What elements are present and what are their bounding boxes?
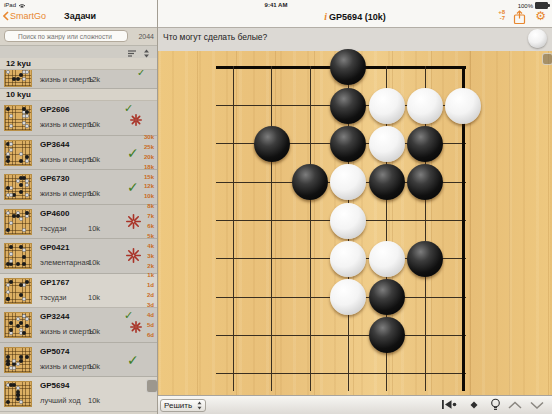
index-2k[interactable]: 2k (144, 262, 156, 272)
index-30k[interactable]: 30k (144, 133, 156, 143)
status-battery: 100% (518, 2, 548, 9)
problem-thumbnail (4, 312, 32, 338)
problem-thumbnail (4, 209, 32, 235)
board-vline (271, 66, 272, 391)
problem-id: GP1767 (40, 278, 69, 287)
white-stone (330, 279, 366, 315)
problem-row-GP0421[interactable]: GP0421элементарная10k (0, 239, 157, 274)
index-6k[interactable]: 6k (144, 222, 156, 232)
problem-id: GP5694 (40, 381, 69, 390)
go-board[interactable] (158, 51, 552, 395)
board-scroll-indicator[interactable] (542, 53, 552, 65)
bottom-toolbar: Решить (158, 395, 552, 414)
index-3d[interactable]: 3d (144, 301, 156, 311)
black-stone (330, 49, 366, 85)
section-header: 10 kyu (0, 89, 157, 101)
problem-genre: жизнь и смерть (40, 189, 93, 198)
problem-thumbnail (4, 243, 32, 269)
black-stone (330, 126, 366, 162)
problem-thumbnail (4, 278, 32, 304)
problem-difficulty: 10k (88, 155, 100, 164)
index-15k[interactable]: 15k (144, 173, 156, 183)
problem-difficulty: 10k (88, 396, 100, 405)
difficulty-index-bar[interactable]: 30k25k20k18k15k12k10k8k7k6k5k4k3k2k1k1d2… (144, 133, 156, 341)
stepper-icon (197, 401, 202, 410)
problem-row-GP5074[interactable]: GP5074жизнь и смерть10k✓ (0, 343, 157, 378)
black-stone (292, 164, 328, 200)
index-5d[interactable]: 5d (144, 321, 156, 331)
share-button[interactable] (513, 10, 526, 25)
index-10k[interactable]: 10k (144, 192, 156, 202)
problem-difficulty: 10k (88, 327, 100, 336)
problem-id: GP5074 (40, 347, 69, 356)
problem-genre: элементарная (40, 258, 90, 267)
index-6d[interactable]: 6d (144, 331, 156, 341)
index-3k[interactable]: 3k (144, 252, 156, 262)
white-stone (330, 203, 366, 239)
problem-id: GP0421 (40, 243, 69, 252)
white-stone (445, 88, 481, 124)
black-stone (254, 126, 290, 162)
problem-title[interactable]: iGP5694 (10k) (280, 11, 430, 22)
problem-difficulty: 10k (88, 258, 100, 267)
problem-thumbnail (4, 105, 32, 131)
status-solved-icon: ✓ (137, 70, 145, 78)
white-stone (369, 88, 405, 124)
board-vline (233, 66, 234, 391)
index-25k[interactable]: 25k (144, 143, 156, 153)
previous-chevron-button[interactable] (508, 401, 522, 409)
problem-row-GP1767[interactable]: GP1767тэсудзи10k (0, 274, 157, 309)
search-result-count: 2044 (138, 33, 154, 40)
problem-genre: жизнь и смерть (40, 75, 93, 84)
white-to-move-stone-icon (528, 29, 547, 48)
index-4d[interactable]: 4d (144, 311, 156, 321)
battery-icon (535, 2, 548, 9)
black-stone (369, 279, 405, 315)
back-chevron-icon (3, 11, 9, 21)
index-2d[interactable]: 2d (144, 291, 156, 301)
status-failed-icon (126, 214, 141, 229)
problem-genre: жизнь и смерть (40, 362, 93, 371)
share-icon (513, 10, 526, 25)
problem-thumbnail (4, 70, 32, 87)
info-icon[interactable]: i (324, 11, 327, 22)
problem-thumbnail (4, 347, 32, 373)
current-move-button[interactable] (470, 401, 478, 409)
index-12k[interactable]: 12k (144, 182, 156, 192)
sidebar-scroll-indicator[interactable] (146, 379, 157, 393)
board-hline (216, 373, 466, 374)
problem-id: GP2606 (40, 105, 69, 114)
problem-genre: лучший ход (40, 396, 81, 405)
index-7k[interactable]: 7k (144, 212, 156, 222)
solve-button[interactable]: Решить (160, 399, 206, 412)
status-clock: 9:41 AM (0, 2, 552, 8)
problem-thumbnail (4, 140, 32, 166)
status-failed-icon (130, 114, 142, 126)
status-solved-icon: ✓ (127, 145, 139, 161)
status-solved-icon: ✓ (127, 179, 139, 195)
status-solved-icon: ✓ (127, 352, 139, 368)
score-minus: -7 (498, 15, 505, 21)
battery-percent: 100% (518, 3, 533, 9)
problem-thumbnail (4, 174, 32, 200)
hint-lightbulb-button[interactable] (490, 398, 501, 412)
score-badge: +8 -7 (498, 9, 505, 21)
problem-difficulty: 10k (88, 224, 100, 233)
index-5k[interactable]: 5k (144, 232, 156, 242)
black-stone (369, 317, 405, 353)
problem-row-GP3244[interactable]: GP3244жизнь и смерть10k✓ (0, 308, 157, 343)
white-stone (407, 88, 443, 124)
problem-genre: жизнь и смерть (40, 120, 93, 129)
problem-row-GP2606[interactable]: GP2606жизнь и смерть10k✓ (0, 101, 157, 136)
first-move-button[interactable] (441, 399, 457, 410)
question-text: Что могут сделать белые? (163, 32, 267, 42)
problem-difficulty: 10k (88, 362, 100, 371)
black-stone (330, 88, 366, 124)
white-stone (330, 164, 366, 200)
settings-gear-icon[interactable]: ⚙ (535, 9, 546, 23)
problem-genre: тэсудзи (40, 224, 67, 233)
index-4k[interactable]: 4k (144, 242, 156, 252)
problem-genre: жизнь и смерть (40, 155, 93, 164)
problem-row-partial[interactable]: жизнь и смерть12k✓ (0, 70, 157, 89)
section-header: 12 kyu (0, 58, 157, 70)
search-input[interactable] (4, 30, 128, 42)
index-18k[interactable]: 18k (144, 163, 156, 173)
sort-lines-icon[interactable] (127, 50, 137, 57)
pane-divider (157, 0, 158, 414)
sort-updown-icon[interactable] (143, 49, 150, 58)
sidebar-title: Задачи (40, 11, 120, 21)
problem-row-GP4600[interactable]: GP4600тэсудзи10k (0, 205, 157, 240)
problem-id: GP3244 (40, 312, 69, 321)
white-stone (330, 241, 366, 277)
problem-difficulty: 10k (88, 293, 100, 302)
black-stone (407, 241, 443, 277)
solve-label: Решить (164, 401, 192, 410)
problem-list: 12 kyuжизнь и смерть12k✓10 kyuGP2606жизн… (0, 58, 157, 414)
white-stone (369, 126, 405, 162)
top-bar: iPad 9:41 AM 100% SmartGo Задачи iGP5694… (0, 0, 552, 28)
index-8k[interactable]: 8k (144, 202, 156, 212)
problem-id: GP6730 (40, 174, 69, 183)
problem-difficulty: 10k (88, 120, 100, 129)
problem-genre: тэсудзи (40, 293, 67, 302)
black-stone (407, 164, 443, 200)
index-1k[interactable]: 1k (144, 271, 156, 281)
problem-thumbnail (4, 381, 32, 407)
status-failed-icon (126, 248, 141, 263)
problem-row-GP3644[interactable]: GP3644жизнь и смерть10k✓ (0, 136, 157, 171)
problem-list-sidebar: 2044 12 kyuжизнь и смерть12k✓10 kyuGP260… (0, 27, 157, 414)
black-stone (407, 126, 443, 162)
problem-difficulty: 10k (88, 189, 100, 198)
black-stone (369, 164, 405, 200)
problem-genre: жизнь и смерть (40, 327, 93, 336)
search-row: 2044 (0, 28, 157, 45)
index-1d[interactable]: 1d (144, 281, 156, 291)
problem-row-GP6730[interactable]: GP6730жизнь и смерть10k✓ (0, 170, 157, 205)
board-hline (216, 335, 466, 336)
question-bar: Что могут сделать белые? (158, 27, 552, 52)
next-chevron-button[interactable] (530, 401, 544, 409)
index-20k[interactable]: 20k (144, 153, 156, 163)
problem-id: GP3644 (40, 140, 69, 149)
smartgo-app-window: iPad 9:41 AM 100% SmartGo Задачи iGP5694… (0, 0, 552, 414)
white-stone (369, 241, 405, 277)
board-vline (310, 66, 311, 391)
problem-id: GP4600 (40, 209, 69, 218)
problem-row-GP5694[interactable]: GP5694лучший ход10k (0, 377, 157, 412)
status-failed-icon (130, 321, 142, 333)
problem-difficulty: 12k (88, 75, 100, 84)
